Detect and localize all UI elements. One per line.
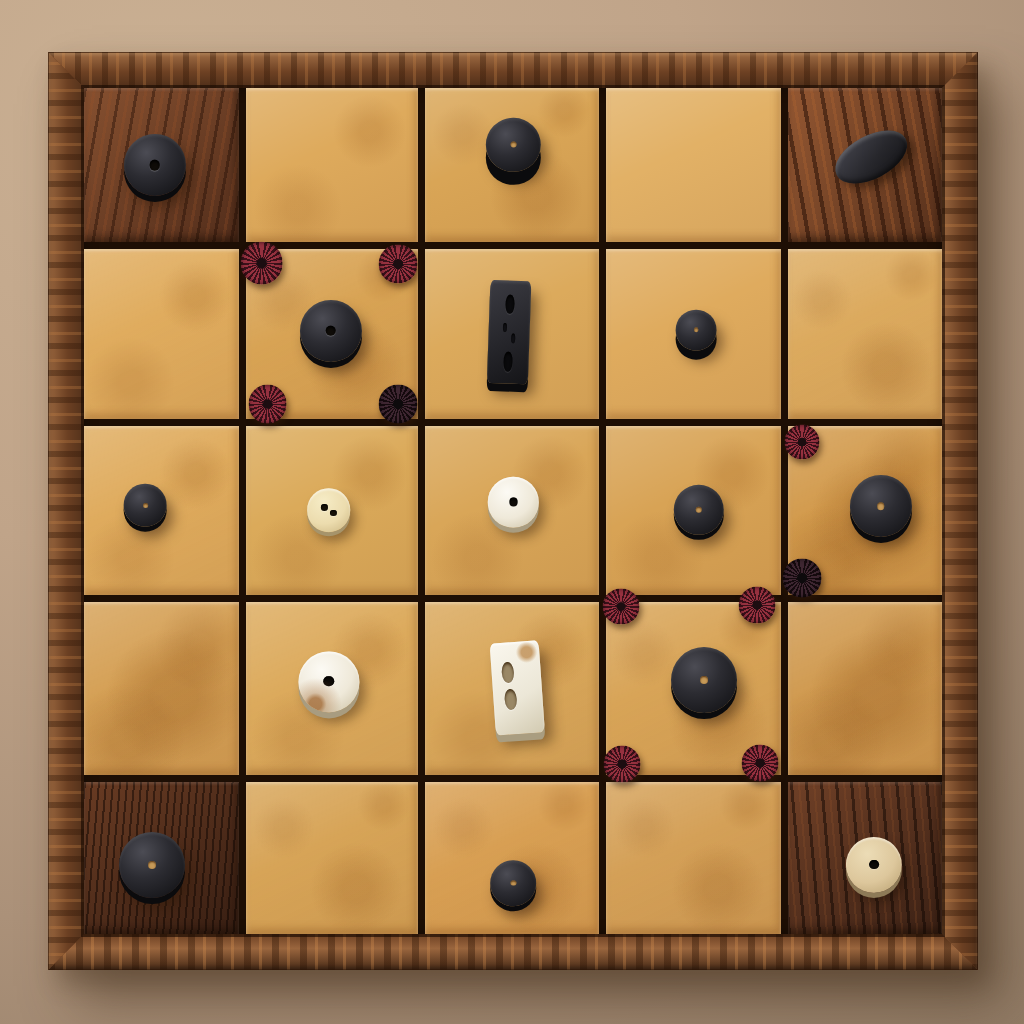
wooden-frame — [48, 52, 978, 970]
marker-rosette-dark-4[interactable] — [379, 385, 418, 424]
marker-rosette-red-5[interactable] — [785, 424, 820, 459]
tile-r3c1[interactable] — [84, 426, 239, 594]
piece-hole — [510, 333, 515, 344]
piece-black-disc-r5c1[interactable] — [119, 832, 185, 898]
piece-hole — [326, 325, 337, 336]
frame-top-rail — [48, 52, 978, 88]
piece-black-tilted-r1c5[interactable] — [827, 120, 916, 194]
tile-r5c3[interactable] — [425, 782, 599, 934]
tile-r1c3[interactable] — [425, 88, 599, 242]
piece-black-disc-r1c1[interactable] — [124, 134, 186, 196]
tile-r2c5[interactable] — [788, 249, 942, 419]
tile-r4c5[interactable] — [788, 602, 942, 775]
marker-rosette-red-2[interactable] — [379, 245, 418, 284]
tile-r2c1[interactable] — [84, 249, 239, 419]
marker-rosette-red-9[interactable] — [604, 746, 641, 783]
piece-white-disc-r4c2[interactable] — [298, 651, 359, 712]
tile-r4c1[interactable] — [84, 602, 239, 775]
piece-white-disc-r3c3[interactable] — [488, 477, 538, 527]
piece-hole — [877, 502, 884, 509]
tile-r3c2[interactable] — [246, 426, 418, 594]
piece-hole — [148, 861, 156, 869]
tile-r1c5[interactable] — [788, 88, 942, 242]
piece-black-disc-r2c4[interactable] — [676, 310, 717, 351]
piece-black-disc-r3c1[interactable] — [124, 484, 167, 527]
piece-hole — [700, 676, 708, 684]
tile-r4c3[interactable] — [425, 602, 599, 775]
piece-hole — [694, 327, 699, 332]
tile-r2c3[interactable] — [425, 249, 599, 419]
piece-hole — [511, 880, 516, 885]
tile-r2c4[interactable] — [606, 249, 781, 419]
piece-tan-disc-r5c5[interactable] — [846, 837, 902, 893]
marker-rosette-red-1[interactable] — [240, 242, 283, 285]
game-board — [84, 88, 942, 934]
piece-hole — [150, 160, 161, 171]
piece-hole — [330, 510, 337, 517]
piece-white-domino-r4c3[interactable] — [490, 641, 545, 736]
piece-hole — [510, 142, 517, 149]
tile-r5c5[interactable] — [788, 782, 942, 934]
tile-r5c2[interactable] — [246, 782, 418, 934]
tile-r5c4[interactable] — [606, 782, 781, 934]
tile-r1c4[interactable] — [606, 88, 781, 242]
piece-black-disc-r3c4[interactable] — [674, 485, 724, 535]
piece-hole — [696, 507, 702, 513]
frame-left-rail — [48, 52, 84, 970]
piece-hole — [505, 294, 514, 314]
piece-hole — [502, 323, 506, 332]
tile-r1c2[interactable] — [246, 88, 418, 242]
piece-hole — [505, 689, 518, 711]
tile-r1c1[interactable] — [84, 88, 239, 242]
piece-hole — [503, 352, 512, 372]
marker-rosette-red-3[interactable] — [248, 385, 287, 424]
piece-black-disc-r2c2[interactable] — [300, 300, 362, 362]
piece-black-domino-r2c3[interactable] — [486, 280, 530, 384]
piece-hole — [321, 504, 328, 511]
tile-r5c1[interactable] — [84, 782, 239, 934]
frame-right-rail — [942, 52, 978, 970]
marker-rosette-red-7[interactable] — [603, 588, 640, 625]
piece-hole — [502, 662, 515, 684]
piece-hole — [869, 860, 879, 870]
tile-r3c4[interactable] — [606, 426, 781, 594]
wall-background — [0, 0, 1024, 1024]
marker-rosette-red-8[interactable] — [738, 586, 775, 623]
marker-rosette-red-10[interactable] — [742, 745, 779, 782]
piece-hole — [509, 498, 518, 507]
tile-r3c3[interactable] — [425, 426, 599, 594]
tile-r4c2[interactable] — [246, 602, 418, 775]
piece-hole — [324, 676, 334, 686]
marker-rosette-dark-6[interactable] — [783, 558, 822, 597]
piece-black-disc-r1c3[interactable] — [486, 118, 540, 172]
frame-bottom-rail — [48, 934, 978, 970]
piece-cream-button-r3c2[interactable] — [307, 488, 351, 532]
piece-black-disc-r5c3[interactable] — [491, 860, 537, 906]
piece-black-disc-r3c5[interactable] — [850, 475, 912, 537]
piece-hole — [143, 503, 148, 508]
piece-black-disc-r4c4[interactable] — [671, 647, 737, 713]
